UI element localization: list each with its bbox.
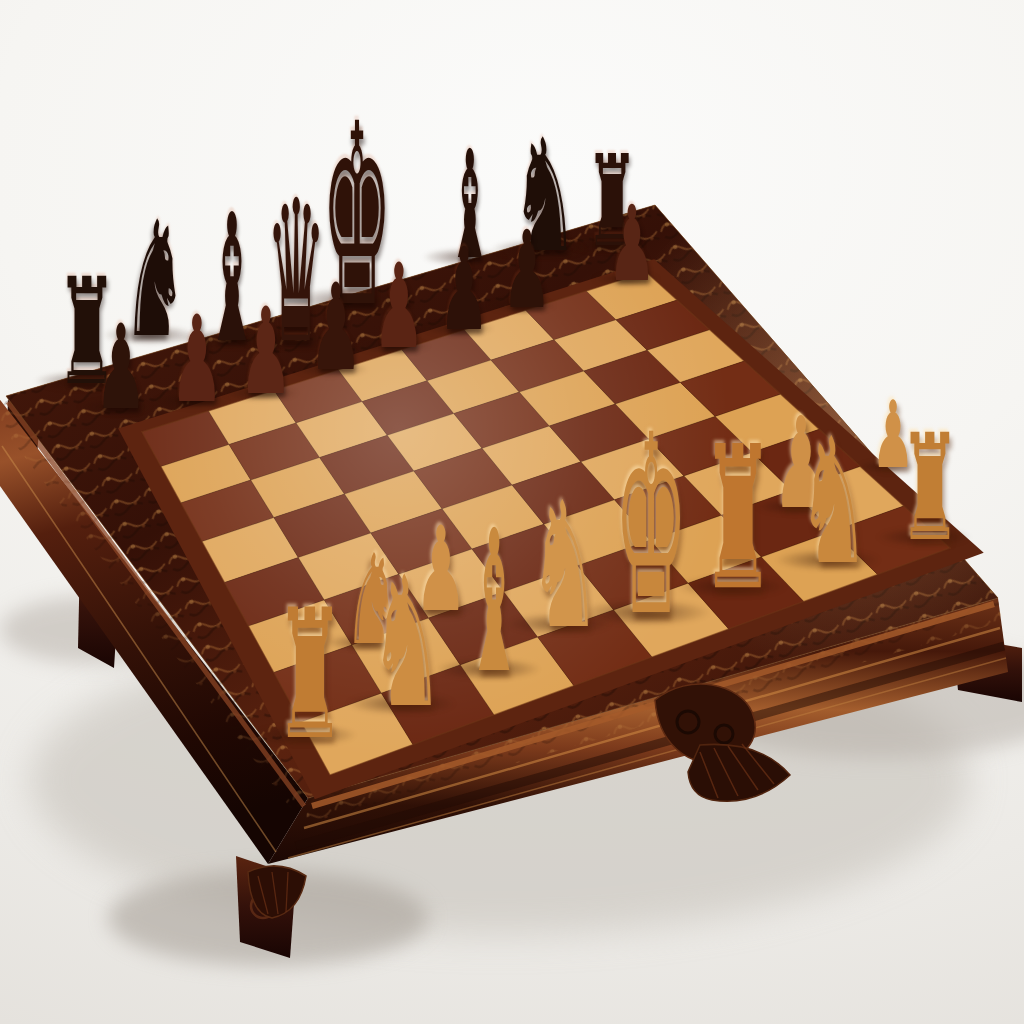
piece-white-rook[interactable]: ♜ bbox=[697, 421, 778, 618]
piece-white-rook[interactable]: ♜ bbox=[271, 584, 349, 763]
piece-black-pawn[interactable]: ♟ bbox=[167, 300, 227, 420]
piece-black-pawn[interactable]: ♟ bbox=[306, 268, 366, 388]
piece-black-pawn[interactable]: ♟ bbox=[92, 309, 151, 426]
piece-white-bishop[interactable]: ♝ bbox=[462, 504, 527, 700]
piece-white-knight[interactable]: ♞ bbox=[525, 478, 606, 652]
piece-black-pawn[interactable]: ♟ bbox=[236, 292, 296, 412]
piece-white-rook[interactable]: ♜ bbox=[896, 414, 965, 561]
piece-white-knight[interactable]: ♞ bbox=[794, 414, 875, 588]
piece-black-pawn[interactable]: ♟ bbox=[499, 215, 555, 322]
piece-black-pawn[interactable]: ♟ bbox=[605, 192, 659, 296]
piece-white-knight[interactable]: ♞ bbox=[365, 553, 449, 733]
piece-black-pawn[interactable]: ♟ bbox=[370, 248, 429, 365]
piece-white-king[interactable]: ♚ bbox=[610, 404, 693, 652]
piece-black-pawn[interactable]: ♟ bbox=[436, 233, 493, 347]
photo-canvas: ♜♞♝♟♚♟♟♞♝♛♟♟♜♟♟♟♟♟♜♞♜♟♚♞♞♝♞♜ bbox=[0, 0, 1024, 1024]
